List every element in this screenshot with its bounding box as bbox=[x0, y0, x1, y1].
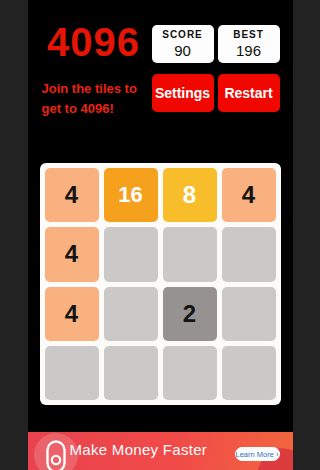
tile-4: 4 bbox=[45, 287, 99, 341]
empty-cell bbox=[163, 346, 217, 400]
best-box: BEST 196 bbox=[218, 25, 280, 63]
empty-cell bbox=[222, 346, 276, 400]
app-screen: 4096 Join the tiles to get to 4096! SCOR… bbox=[28, 0, 293, 470]
learn-more-button[interactable]: Learn More › bbox=[235, 447, 280, 461]
empty-cell bbox=[104, 346, 158, 400]
game-instructions: Join the tiles to get to 4096! bbox=[42, 79, 158, 119]
ad-banner[interactable]: Make Money Faster Learn More › bbox=[28, 432, 293, 470]
tile-4: 4 bbox=[222, 168, 276, 222]
tap-sensor-icon bbox=[46, 440, 66, 470]
settings-button[interactable]: Settings bbox=[152, 74, 214, 112]
tile-8: 8 bbox=[163, 168, 217, 222]
best-label: BEST bbox=[233, 29, 264, 40]
game-board[interactable]: 41684442 bbox=[40, 163, 281, 405]
tile-16: 16 bbox=[104, 168, 158, 222]
tile-2: 2 bbox=[163, 287, 217, 341]
score-box: SCORE 90 bbox=[152, 25, 214, 63]
tile-4: 4 bbox=[45, 168, 99, 222]
app-title: 4096 bbox=[42, 20, 146, 65]
ad-title: Make Money Faster bbox=[70, 441, 208, 458]
score-value: 90 bbox=[174, 42, 191, 59]
empty-cell bbox=[45, 346, 99, 400]
empty-cell bbox=[104, 227, 158, 281]
empty-cell bbox=[222, 287, 276, 341]
restart-button[interactable]: Restart bbox=[218, 74, 280, 112]
best-value: 196 bbox=[236, 42, 261, 59]
empty-cell bbox=[222, 227, 276, 281]
score-label: SCORE bbox=[162, 29, 203, 40]
empty-cell bbox=[163, 227, 217, 281]
empty-cell bbox=[104, 287, 158, 341]
tile-4: 4 bbox=[45, 227, 99, 281]
